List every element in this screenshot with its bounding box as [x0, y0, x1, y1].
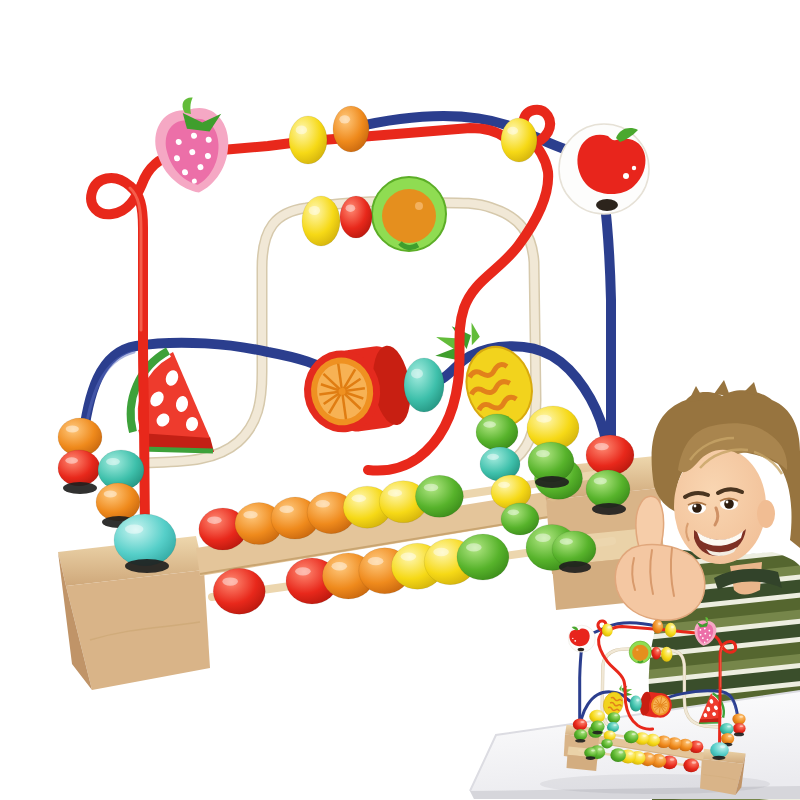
- bead-highlight: [296, 126, 307, 135]
- ring-front-right: [559, 561, 591, 573]
- yellow-bead-arch: [302, 196, 340, 246]
- bead-highlight: [65, 457, 78, 463]
- hand-fist: [615, 545, 704, 621]
- bead-highlight: [401, 552, 417, 560]
- red-bead-arch: [340, 196, 372, 238]
- bead-highlight: [535, 534, 551, 542]
- bead-highlight: [125, 524, 144, 533]
- bead-highlight: [536, 415, 552, 423]
- bead-highlight: [487, 454, 499, 460]
- bead-highlight: [295, 567, 311, 575]
- ring-left-back: [63, 482, 97, 494]
- green-bead-right-mid: [501, 503, 539, 535]
- bead-highlight: [424, 484, 438, 492]
- green-bead-right-post: [586, 470, 630, 508]
- red-abacus-bead: [213, 568, 265, 614]
- bead-highlight: [279, 505, 293, 513]
- red-bead-right-post: [586, 435, 634, 475]
- ring-corner: [125, 559, 169, 573]
- bead-highlight: [411, 369, 423, 379]
- yellow-bead-top-1: [289, 116, 327, 164]
- bead-highlight: [339, 115, 350, 123]
- green-bead-under-pineapple: [476, 414, 518, 450]
- strawberry-bead: [150, 93, 235, 198]
- bead-highlight: [594, 478, 607, 485]
- bead-highlight: [207, 516, 221, 524]
- bead-maze-toy: [58, 93, 664, 690]
- bead-highlight: [316, 500, 330, 508]
- bead-highlight: [433, 548, 449, 556]
- red-bead-left-back: [58, 450, 100, 486]
- product-photo: [0, 0, 800, 800]
- apple-bead: [559, 124, 649, 214]
- orange-bead-top: [333, 106, 369, 152]
- green-abacus-bead: [457, 534, 509, 580]
- scene-svg: [0, 0, 800, 800]
- bead-highlight: [352, 495, 366, 503]
- bead-highlight: [536, 450, 550, 457]
- red-wire: [91, 110, 550, 536]
- bead-highlight: [508, 509, 519, 515]
- bead-highlight: [346, 204, 356, 212]
- boy-ear: [757, 500, 775, 528]
- bead-hole: [596, 199, 618, 211]
- bead-highlight: [243, 511, 257, 519]
- bead-highlight: [66, 426, 79, 433]
- bead-highlight: [498, 482, 510, 488]
- bead-highlight: [466, 543, 482, 551]
- ring-dowel: [535, 476, 569, 488]
- bead-highlight: [507, 127, 518, 135]
- bead-highlight: [331, 562, 347, 570]
- bead-highlight: [309, 206, 320, 215]
- bead-highlight: [388, 489, 402, 497]
- bead-highlight: [104, 491, 117, 498]
- bead-highlight: [222, 577, 238, 585]
- bead-highlight: [368, 557, 384, 565]
- orange-slice-bead: [299, 341, 416, 438]
- ring-right-post: [592, 503, 626, 515]
- bead-highlight: [106, 458, 120, 465]
- bead-highlight: [560, 538, 573, 544]
- bead-highlight: [483, 421, 496, 427]
- cyan-bead-middle: [404, 358, 444, 412]
- green-bead-dowel: [528, 442, 574, 482]
- green-abacus-bead: [415, 475, 463, 517]
- cyan-bead-corner: [114, 514, 176, 566]
- yellow-bead-top-2: [501, 118, 537, 162]
- bead-highlight: [594, 443, 608, 450]
- orange-disc-bead: [372, 177, 446, 251]
